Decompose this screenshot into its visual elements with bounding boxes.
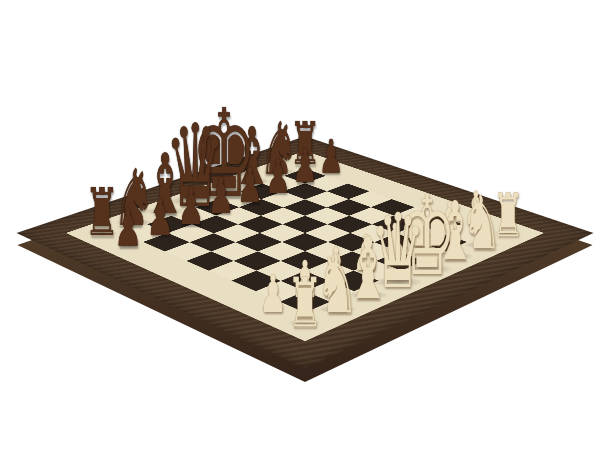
black-pawn-glyph: ♟ [207,171,234,221]
piece-black-pawn[interactable]: ♟ [204,180,238,218]
piece-black-pawn[interactable]: ♟ [173,191,208,230]
black-pawn-glyph: ♟ [114,203,142,255]
black-pawn-glyph: ♟ [237,161,263,210]
white-rook-glyph: ♜ [287,269,323,337]
piece-black-pawn[interactable]: ♟ [110,212,146,252]
black-pawn-glyph: ♟ [292,143,318,191]
chess-set-photo: ♜♞♝♛♚♝♞♜♟♟♟♟♟♟♟♟♟♟♟♟♟♟♟♟♜♞♝♛♚♝♞♜ [0,0,600,450]
black-pawn-glyph: ♟ [146,192,174,243]
piece-black-pawn[interactable]: ♟ [142,201,177,241]
black-pawn-glyph: ♟ [265,152,291,200]
black-pawn-glyph: ♟ [177,181,204,232]
black-pawn-glyph: ♟ [319,134,344,181]
pieces-layer: ♜♞♝♛♚♝♞♜♟♟♟♟♟♟♟♟♟♟♟♟♟♟♟♟♜♞♝♛♚♝♞♜ [0,0,600,450]
piece-white-rook[interactable]: ♜ [282,281,329,333]
